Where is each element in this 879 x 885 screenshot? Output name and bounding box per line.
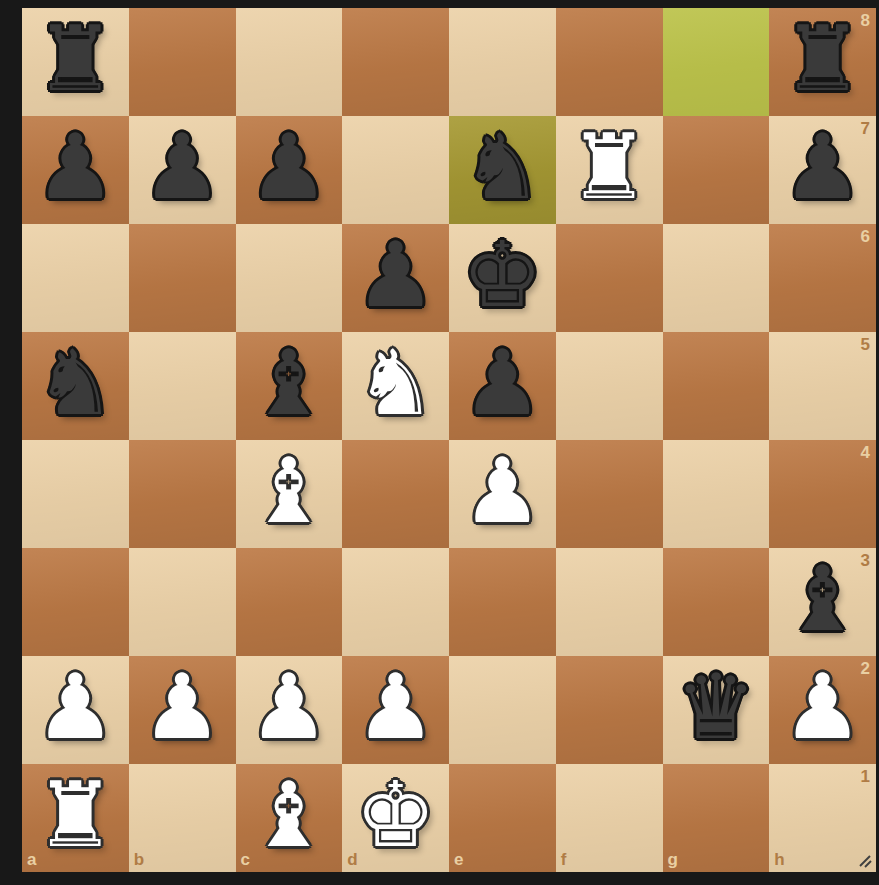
square-a5[interactable]: ♞	[22, 332, 129, 440]
square-c3[interactable]	[236, 548, 343, 656]
black-rook[interactable]: ♜	[782, 14, 863, 104]
rank-label-6: 6	[861, 228, 870, 245]
file-label-f: f	[561, 851, 567, 868]
black-king[interactable]: ♚	[462, 230, 543, 320]
square-c8[interactable]	[236, 8, 343, 116]
square-d4[interactable]	[342, 440, 449, 548]
square-g6[interactable]	[663, 224, 770, 332]
square-e5[interactable]: ♟	[449, 332, 556, 440]
black-pawn[interactable]: ♟	[142, 122, 223, 212]
square-g1[interactable]: g	[663, 764, 770, 872]
square-b8[interactable]	[129, 8, 236, 116]
square-c1[interactable]: c♝	[236, 764, 343, 872]
square-c5[interactable]: ♝	[236, 332, 343, 440]
chess-board: ♜8♜♟♟♟♞♜7♟♟♚6♞♝♞♟5♝♟43♝♟♟♟♟♛2♟a♜bc♝d♚efg…	[22, 8, 876, 872]
black-pawn[interactable]: ♟	[35, 122, 116, 212]
square-b2[interactable]: ♟	[129, 656, 236, 764]
square-h4[interactable]: 4	[769, 440, 876, 548]
white-rook[interactable]: ♜	[35, 770, 116, 860]
square-b6[interactable]	[129, 224, 236, 332]
square-e6[interactable]: ♚	[449, 224, 556, 332]
black-bishop[interactable]: ♝	[782, 554, 863, 644]
square-d5[interactable]: ♞	[342, 332, 449, 440]
black-pawn[interactable]: ♟	[355, 230, 436, 320]
square-a2[interactable]: ♟	[22, 656, 129, 764]
black-pawn[interactable]: ♟	[462, 338, 543, 428]
square-a8[interactable]: ♜	[22, 8, 129, 116]
black-knight[interactable]: ♞	[35, 338, 116, 428]
white-bishop[interactable]: ♝	[249, 446, 330, 536]
board-screenshot: ♜8♜♟♟♟♞♜7♟♟♚6♞♝♞♟5♝♟43♝♟♟♟♟♛2♟a♜bc♝d♚efg…	[0, 0, 879, 885]
white-king[interactable]: ♚	[355, 770, 436, 860]
file-label-g: g	[668, 851, 678, 868]
white-knight[interactable]: ♞	[355, 338, 436, 428]
square-h6[interactable]: 6	[769, 224, 876, 332]
square-f6[interactable]	[556, 224, 663, 332]
square-a7[interactable]: ♟	[22, 116, 129, 224]
black-knight[interactable]: ♞	[462, 122, 543, 212]
black-pawn[interactable]: ♟	[249, 122, 330, 212]
square-b5[interactable]	[129, 332, 236, 440]
white-pawn[interactable]: ♟	[142, 662, 223, 752]
square-d1[interactable]: d♚	[342, 764, 449, 872]
square-c7[interactable]: ♟	[236, 116, 343, 224]
square-d3[interactable]	[342, 548, 449, 656]
square-d6[interactable]: ♟	[342, 224, 449, 332]
square-e1[interactable]: e	[449, 764, 556, 872]
square-g3[interactable]	[663, 548, 770, 656]
square-g4[interactable]	[663, 440, 770, 548]
square-b1[interactable]: b	[129, 764, 236, 872]
square-h7[interactable]: 7♟	[769, 116, 876, 224]
black-queen[interactable]: ♛	[676, 662, 757, 752]
square-f5[interactable]	[556, 332, 663, 440]
square-e8[interactable]	[449, 8, 556, 116]
rank-label-5: 5	[861, 336, 870, 353]
square-a3[interactable]	[22, 548, 129, 656]
square-g8[interactable]	[663, 8, 770, 116]
file-label-b: b	[134, 851, 144, 868]
white-pawn[interactable]: ♟	[782, 662, 863, 752]
black-bishop[interactable]: ♝	[249, 338, 330, 428]
square-h8[interactable]: 8♜	[769, 8, 876, 116]
file-label-h: h	[774, 851, 784, 868]
white-bishop[interactable]: ♝	[249, 770, 330, 860]
square-f4[interactable]	[556, 440, 663, 548]
square-f3[interactable]	[556, 548, 663, 656]
square-h5[interactable]: 5	[769, 332, 876, 440]
square-e7[interactable]: ♞	[449, 116, 556, 224]
black-pawn[interactable]: ♟	[782, 122, 863, 212]
rank-label-1: 1	[861, 768, 870, 785]
square-d7[interactable]	[342, 116, 449, 224]
square-b4[interactable]	[129, 440, 236, 548]
square-e2[interactable]	[449, 656, 556, 764]
resize-handle-icon[interactable]	[855, 851, 873, 869]
rank-label-4: 4	[861, 444, 870, 461]
square-b3[interactable]	[129, 548, 236, 656]
white-rook[interactable]: ♜	[569, 122, 650, 212]
square-a6[interactable]	[22, 224, 129, 332]
square-a4[interactable]	[22, 440, 129, 548]
square-h1[interactable]: h1	[769, 764, 876, 872]
square-f7[interactable]: ♜	[556, 116, 663, 224]
square-g7[interactable]	[663, 116, 770, 224]
square-f2[interactable]	[556, 656, 663, 764]
square-h2[interactable]: 2♟	[769, 656, 876, 764]
square-c2[interactable]: ♟	[236, 656, 343, 764]
square-e3[interactable]	[449, 548, 556, 656]
square-b7[interactable]: ♟	[129, 116, 236, 224]
square-e4[interactable]: ♟	[449, 440, 556, 548]
white-pawn[interactable]: ♟	[249, 662, 330, 752]
square-g5[interactable]	[663, 332, 770, 440]
square-a1[interactable]: a♜	[22, 764, 129, 872]
square-f8[interactable]	[556, 8, 663, 116]
square-h3[interactable]: 3♝	[769, 548, 876, 656]
file-label-e: e	[454, 851, 463, 868]
black-rook[interactable]: ♜	[35, 14, 116, 104]
white-pawn[interactable]: ♟	[355, 662, 436, 752]
square-f1[interactable]: f	[556, 764, 663, 872]
square-c6[interactable]	[236, 224, 343, 332]
white-pawn[interactable]: ♟	[35, 662, 116, 752]
square-d8[interactable]	[342, 8, 449, 116]
square-g2[interactable]: ♛	[663, 656, 770, 764]
square-c4[interactable]: ♝	[236, 440, 343, 548]
white-pawn[interactable]: ♟	[462, 446, 543, 536]
square-d2[interactable]: ♟	[342, 656, 449, 764]
